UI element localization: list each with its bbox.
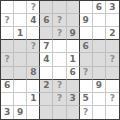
cell-r2c2[interactable]	[14, 14, 27, 27]
cell-r1c1[interactable]	[1, 1, 14, 14]
cell-r5c2[interactable]	[14, 53, 27, 66]
cell-r5c3[interactable]	[27, 53, 40, 66]
cell-r6c8[interactable]	[93, 67, 106, 80]
cell-r9c1[interactable]: 3	[1, 106, 14, 119]
cell-r5c6[interactable]: 1	[67, 53, 80, 66]
cell-r8c6[interactable]: 3	[67, 93, 80, 106]
cell-r3c1[interactable]	[1, 27, 14, 40]
cell-r7c3[interactable]	[27, 80, 40, 93]
cell-r6c5[interactable]	[53, 67, 66, 80]
cell-r2c5[interactable]: ?	[53, 14, 66, 27]
cell-r8c9[interactable]: ?	[106, 93, 119, 106]
cell-r5c1[interactable]: ?	[1, 53, 14, 66]
cell-r3c2[interactable]: 1	[14, 27, 27, 40]
cell-r6c7[interactable]: ?	[80, 67, 93, 80]
cell-r7c7[interactable]	[80, 80, 93, 93]
cell-r3c9[interactable]: 2	[106, 27, 119, 40]
cell-r5c9[interactable]: ?	[106, 53, 119, 66]
cell-r9c8[interactable]	[93, 106, 106, 119]
cell-r2c3[interactable]: 4	[27, 14, 40, 27]
cell-r9c7[interactable]: ?	[80, 106, 93, 119]
cell-r9c9[interactable]	[106, 106, 119, 119]
cell-r1c7[interactable]	[80, 1, 93, 14]
cell-r1c5[interactable]	[53, 1, 66, 14]
cell-r4c7[interactable]: 6	[80, 40, 93, 53]
cell-r9c3[interactable]	[27, 106, 40, 119]
cell-r4c1[interactable]	[1, 40, 14, 53]
cell-r1c6[interactable]	[67, 1, 80, 14]
cell-r4c6[interactable]	[67, 40, 80, 53]
cell-r4c2[interactable]	[14, 40, 27, 53]
cell-r7c6[interactable]	[67, 80, 80, 93]
cell-r3c6[interactable]: 9	[67, 27, 80, 40]
cell-r5c8[interactable]	[93, 53, 106, 66]
cell-r2c9[interactable]	[106, 14, 119, 27]
cell-r5c7[interactable]	[80, 53, 93, 66]
cell-r2c8[interactable]	[93, 14, 106, 27]
cell-r9c4[interactable]	[40, 106, 53, 119]
cell-r5c5[interactable]	[53, 53, 66, 66]
cell-r1c2[interactable]	[14, 1, 27, 14]
cell-r6c4[interactable]	[40, 67, 53, 80]
cell-r9c6[interactable]	[67, 106, 80, 119]
cell-r1c3[interactable]: ?	[27, 1, 40, 14]
cell-r5c4[interactable]: 4	[40, 53, 53, 66]
cell-r4c8[interactable]	[93, 40, 106, 53]
cell-r2c6[interactable]	[67, 14, 80, 27]
cell-r4c4[interactable]: 7	[40, 40, 53, 53]
cell-r2c1[interactable]: ?	[1, 14, 14, 27]
cell-r4c9[interactable]	[106, 40, 119, 53]
cell-r8c5[interactable]: ?	[53, 93, 66, 106]
cell-r4c3[interactable]: ?	[27, 40, 40, 53]
cell-r8c3[interactable]: 1	[27, 93, 40, 106]
cell-r9c5[interactable]	[53, 106, 66, 119]
cell-r2c4[interactable]: 6	[40, 14, 53, 27]
cell-r3c5[interactable]: ?	[53, 27, 66, 40]
cell-r8c8[interactable]	[93, 93, 106, 106]
cell-r8c4[interactable]	[40, 93, 53, 106]
cell-r8c2[interactable]	[14, 93, 27, 106]
cell-r2c7[interactable]: 9	[80, 14, 93, 27]
cell-r6c3[interactable]: 8	[27, 67, 40, 80]
cell-r7c1[interactable]: 6	[1, 80, 14, 93]
cell-r3c3[interactable]	[27, 27, 40, 40]
cell-r6c6[interactable]: 6	[67, 67, 80, 80]
cell-r8c1[interactable]	[1, 93, 14, 106]
cell-r7c9[interactable]	[106, 80, 119, 93]
cell-r8c7[interactable]: 5	[80, 93, 93, 106]
cell-r1c9[interactable]: 3	[106, 1, 119, 14]
cell-r3c8[interactable]	[93, 27, 106, 40]
cell-r7c5[interactable]: ?	[53, 80, 66, 93]
cell-r9c2[interactable]: 9	[14, 106, 27, 119]
cell-r6c9[interactable]	[106, 67, 119, 80]
cell-r1c8[interactable]: 6	[93, 1, 106, 14]
cell-r1c4[interactable]	[40, 1, 53, 14]
cell-r3c7[interactable]	[80, 27, 93, 40]
sudoku-board: ?63?46?91?92?76?41?86?62?91?35?39?	[0, 0, 120, 120]
cell-r6c2[interactable]	[14, 67, 27, 80]
cell-r4c5[interactable]	[53, 40, 66, 53]
cell-r7c4[interactable]: 2	[40, 80, 53, 93]
cell-r3c4[interactable]	[40, 27, 53, 40]
cell-r6c1[interactable]	[1, 67, 14, 80]
cell-r7c2[interactable]	[14, 80, 27, 93]
cell-r7c8[interactable]: 9	[93, 80, 106, 93]
